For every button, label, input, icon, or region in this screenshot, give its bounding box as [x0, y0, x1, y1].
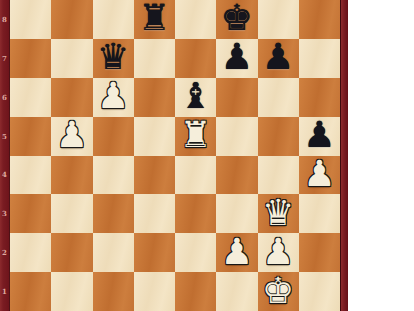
square-a7[interactable] [10, 39, 51, 78]
rank-label-2: 2 [0, 233, 9, 272]
black-king-f8[interactable]: ♚ [221, 0, 253, 36]
square-d4[interactable] [134, 156, 175, 195]
white-rook-e5[interactable]: ♜ [179, 117, 211, 153]
square-c6[interactable]: ♟ [93, 78, 134, 117]
white-queen-g3[interactable]: ♛ [262, 195, 294, 231]
square-b8[interactable] [51, 0, 92, 39]
square-h4[interactable]: ♟ [299, 156, 340, 195]
square-e3[interactable] [175, 194, 216, 233]
black-pawn-g7[interactable]: ♟ [262, 39, 294, 75]
board-right-border [340, 0, 348, 311]
square-h5[interactable]: ♟ [299, 117, 340, 156]
rank-label-3: 3 [0, 194, 9, 233]
square-g4[interactable] [258, 156, 299, 195]
square-c3[interactable] [93, 194, 134, 233]
square-e6[interactable]: ♝ [175, 78, 216, 117]
rank-label-7: 7 [0, 39, 9, 78]
square-h8[interactable] [299, 0, 340, 39]
square-h6[interactable] [299, 78, 340, 117]
rank-label-4: 4 [0, 156, 9, 195]
square-f6[interactable] [216, 78, 257, 117]
square-g5[interactable] [258, 117, 299, 156]
square-e1[interactable] [175, 272, 216, 311]
chess-board: ♜♚♛♟♟♟♝♟♜♟♟♛♟♟♚ [10, 0, 340, 311]
white-pawn-c6[interactable]: ♟ [97, 78, 129, 114]
square-a5[interactable] [10, 117, 51, 156]
black-queen-c7[interactable]: ♛ [97, 39, 129, 75]
square-c2[interactable] [93, 233, 134, 272]
rank-label-8: 8 [0, 0, 9, 39]
square-b5[interactable]: ♟ [51, 117, 92, 156]
square-h7[interactable] [299, 39, 340, 78]
white-pawn-h4[interactable]: ♟ [303, 156, 335, 192]
rank-label-1: 1 [0, 272, 9, 311]
square-a1[interactable] [10, 272, 51, 311]
square-b6[interactable] [51, 78, 92, 117]
black-pawn-f7[interactable]: ♟ [221, 39, 253, 75]
square-e2[interactable] [175, 233, 216, 272]
square-c7[interactable]: ♛ [93, 39, 134, 78]
square-g8[interactable] [258, 0, 299, 39]
white-king-g1[interactable]: ♚ [262, 273, 294, 309]
square-e8[interactable] [175, 0, 216, 39]
square-a2[interactable] [10, 233, 51, 272]
white-pawn-b5[interactable]: ♟ [56, 117, 88, 153]
square-b2[interactable] [51, 233, 92, 272]
square-f3[interactable] [216, 194, 257, 233]
white-pawn-g2[interactable]: ♟ [262, 234, 294, 270]
square-f4[interactable] [216, 156, 257, 195]
square-g2[interactable]: ♟ [258, 233, 299, 272]
square-g3[interactable]: ♛ [258, 194, 299, 233]
rank-labels-border: 87654321 [0, 0, 10, 311]
square-c1[interactable] [93, 272, 134, 311]
square-a3[interactable] [10, 194, 51, 233]
square-a8[interactable] [10, 0, 51, 39]
square-h2[interactable] [299, 233, 340, 272]
square-b4[interactable] [51, 156, 92, 195]
square-c4[interactable] [93, 156, 134, 195]
square-d3[interactable] [134, 194, 175, 233]
square-d7[interactable] [134, 39, 175, 78]
square-d2[interactable] [134, 233, 175, 272]
square-e5[interactable]: ♜ [175, 117, 216, 156]
chess-diagram: 87654321 ♜♚♛♟♟♟♝♟♜♟♟♛♟♟♚ [0, 0, 414, 311]
square-b3[interactable] [51, 194, 92, 233]
square-a6[interactable] [10, 78, 51, 117]
square-f5[interactable] [216, 117, 257, 156]
square-f8[interactable]: ♚ [216, 0, 257, 39]
black-rook-d8[interactable]: ♜ [138, 0, 170, 36]
black-bishop-e6[interactable]: ♝ [179, 78, 211, 114]
square-f1[interactable] [216, 272, 257, 311]
square-f2[interactable]: ♟ [216, 233, 257, 272]
square-e7[interactable] [175, 39, 216, 78]
square-e4[interactable] [175, 156, 216, 195]
square-d8[interactable]: ♜ [134, 0, 175, 39]
square-d1[interactable] [134, 272, 175, 311]
square-g7[interactable]: ♟ [258, 39, 299, 78]
square-h3[interactable] [299, 194, 340, 233]
square-h1[interactable] [299, 272, 340, 311]
square-g6[interactable] [258, 78, 299, 117]
white-pawn-f2[interactable]: ♟ [221, 234, 253, 270]
square-d5[interactable] [134, 117, 175, 156]
black-pawn-h5[interactable]: ♟ [303, 117, 335, 153]
square-b1[interactable] [51, 272, 92, 311]
page-margin [348, 0, 414, 311]
square-g1[interactable]: ♚ [258, 272, 299, 311]
square-b7[interactable] [51, 39, 92, 78]
square-d6[interactable] [134, 78, 175, 117]
square-c8[interactable] [93, 0, 134, 39]
square-a4[interactable] [10, 156, 51, 195]
square-f7[interactable]: ♟ [216, 39, 257, 78]
rank-label-6: 6 [0, 78, 9, 117]
rank-label-5: 5 [0, 117, 9, 156]
square-c5[interactable] [93, 117, 134, 156]
